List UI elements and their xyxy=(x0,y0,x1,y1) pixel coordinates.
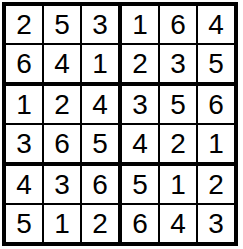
cell-r4c2[interactable]: 6 xyxy=(44,125,82,166)
cell-r5c1[interactable]: 4 xyxy=(6,166,44,205)
sudoku-board: 2 5 3 1 6 4 6 4 1 2 3 5 1 2 4 3 5 6 3 6 … xyxy=(2,2,238,246)
cell-r5c4[interactable]: 5 xyxy=(122,166,160,205)
cell-r3c4[interactable]: 3 xyxy=(122,86,160,125)
cell-r1c1[interactable]: 2 xyxy=(6,6,44,45)
cell-r4c5[interactable]: 2 xyxy=(160,125,198,166)
cell-r2c1[interactable]: 6 xyxy=(6,45,44,86)
cell-r6c1[interactable]: 5 xyxy=(6,205,44,242)
cell-r4c3[interactable]: 5 xyxy=(82,125,122,166)
cell-r6c2[interactable]: 1 xyxy=(44,205,82,242)
cell-r2c3[interactable]: 1 xyxy=(82,45,122,86)
cell-r1c5[interactable]: 6 xyxy=(160,6,198,45)
cell-r1c6[interactable]: 4 xyxy=(198,6,234,45)
cell-r5c6[interactable]: 2 xyxy=(198,166,234,205)
cell-r2c2[interactable]: 4 xyxy=(44,45,82,86)
cell-r3c5[interactable]: 5 xyxy=(160,86,198,125)
cell-r1c2[interactable]: 5 xyxy=(44,6,82,45)
cell-r6c3[interactable]: 2 xyxy=(82,205,122,242)
cell-r6c4[interactable]: 6 xyxy=(122,205,160,242)
cell-r2c4[interactable]: 2 xyxy=(122,45,160,86)
cell-r3c3[interactable]: 4 xyxy=(82,86,122,125)
cell-r3c1[interactable]: 1 xyxy=(6,86,44,125)
cell-r2c5[interactable]: 3 xyxy=(160,45,198,86)
cell-r2c6[interactable]: 5 xyxy=(198,45,234,86)
cell-r1c4[interactable]: 1 xyxy=(122,6,160,45)
cell-r3c6[interactable]: 6 xyxy=(198,86,234,125)
cell-r6c6[interactable]: 3 xyxy=(198,205,234,242)
cell-r5c3[interactable]: 6 xyxy=(82,166,122,205)
cell-r4c4[interactable]: 4 xyxy=(122,125,160,166)
cell-r6c5[interactable]: 4 xyxy=(160,205,198,242)
cell-r3c2[interactable]: 2 xyxy=(44,86,82,125)
cell-r1c3[interactable]: 3 xyxy=(82,6,122,45)
cell-r5c5[interactable]: 1 xyxy=(160,166,198,205)
cell-r5c2[interactable]: 3 xyxy=(44,166,82,205)
cell-r4c6[interactable]: 1 xyxy=(198,125,234,166)
cell-r4c1[interactable]: 3 xyxy=(6,125,44,166)
